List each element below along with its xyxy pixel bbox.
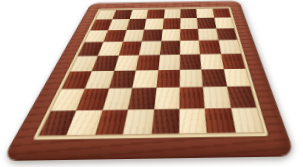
square-d3: [132, 70, 158, 88]
square-d6: [142, 29, 162, 41]
square-h8: [212, 8, 231, 18]
square-h1: [231, 107, 264, 132]
square-h4: [221, 53, 246, 69]
square-f6: [180, 29, 199, 41]
square-h5: [218, 40, 241, 54]
square-g5: [199, 40, 221, 54]
square-f4: [180, 54, 202, 70]
square-g8: [196, 8, 214, 18]
square-c5: [119, 41, 142, 55]
square-f2: [179, 87, 205, 108]
square-d5: [139, 41, 161, 55]
square-d2: [128, 88, 156, 109]
square-b6: [104, 30, 127, 42]
square-d4: [136, 55, 160, 71]
square-f3: [180, 69, 204, 87]
square-e7: [162, 18, 180, 29]
square-e5: [160, 41, 181, 55]
square-e3: [156, 70, 180, 88]
square-e1: [151, 108, 179, 133]
chess-board: [1, 1, 295, 161]
square-f5: [180, 40, 200, 54]
square-e2: [154, 88, 180, 109]
square-d1: [123, 109, 154, 134]
square-g7: [197, 18, 216, 29]
square-e8: [163, 9, 180, 19]
square-d7: [144, 19, 163, 30]
square-e4: [158, 54, 180, 70]
square-g6: [198, 28, 218, 40]
square-f1: [179, 108, 207, 133]
square-h2: [227, 86, 256, 107]
square-d8: [146, 9, 164, 19]
square-g1: [205, 108, 235, 133]
square-e6: [161, 29, 180, 41]
square-f8: [180, 9, 197, 19]
square-h7: [214, 18, 234, 29]
photo-background: [0, 0, 303, 167]
square-f7: [180, 18, 198, 29]
maple-fillet-border: [33, 7, 269, 140]
square-h3: [223, 69, 250, 87]
playing-field: [39, 8, 263, 135]
square-g4: [200, 54, 223, 70]
square-h6: [216, 28, 237, 40]
board-perspective-wrap: [50, 0, 268, 155]
